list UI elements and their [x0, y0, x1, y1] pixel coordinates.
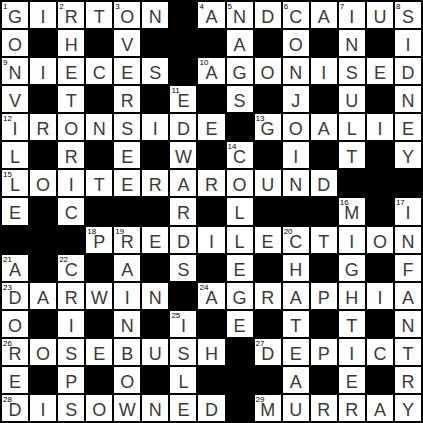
clue-number: 27 [256, 339, 265, 348]
grid-cell-r4c2[interactable]: O [58, 114, 84, 140]
cell-letter: E [121, 148, 133, 166]
grid-cell-r14c12[interactable]: R [339, 395, 365, 421]
grid-cell-r9c2[interactable]: 22C [58, 255, 84, 281]
grid-cell-r11c2[interactable]: I [58, 311, 84, 337]
cell-letter: S [149, 64, 161, 82]
black-cell-r7c5 [142, 198, 168, 224]
black-cell-r1c5 [142, 30, 168, 56]
cell-letter: F [402, 261, 413, 279]
black-cell-r7c13 [367, 198, 393, 224]
grid-cell-r2c13[interactable]: E [367, 58, 393, 84]
black-cell-r11c13 [367, 311, 393, 337]
clue-number: 3 [115, 2, 119, 11]
grid-cell-r4c12[interactable]: L [339, 114, 365, 140]
cell-letter: P [318, 289, 330, 307]
cell-letter: O [64, 120, 78, 138]
grid-cell-r10c12[interactable]: H [339, 283, 365, 309]
black-cell-r11c1 [30, 311, 56, 337]
clue-number: 24 [199, 283, 208, 292]
cell-letter: A [318, 120, 330, 138]
grid-cell-r12c5[interactable]: U [142, 339, 168, 365]
clue-number: 8 [396, 2, 400, 11]
cell-letter: T [402, 345, 413, 363]
grid-cell-r9c6[interactable]: S [170, 255, 196, 281]
grid-cell-r14c6[interactable]: E [170, 395, 196, 421]
cell-letter: R [149, 176, 162, 194]
grid-cell-r3c2[interactable]: T [58, 86, 84, 112]
grid-cell-r5c14[interactable]: Y [395, 142, 421, 168]
grid-cell-r0c5[interactable]: N [142, 2, 168, 28]
cell-letter: H [289, 261, 302, 279]
grid-cell-r0c3[interactable]: T [86, 2, 112, 28]
grid-cell-r2c9[interactable]: O [255, 58, 281, 84]
grid-cell-r3c14[interactable]: N [395, 86, 421, 112]
grid-cell-r1c0[interactable]: O [2, 30, 28, 56]
grid-cell-r4c14[interactable]: E [395, 114, 421, 140]
grid-cell-r7c0[interactable]: E [2, 198, 28, 224]
grid-cell-r2c2[interactable]: E [58, 58, 84, 84]
black-cell-r10c6 [170, 283, 196, 309]
grid-cell-r5c4[interactable]: E [114, 142, 140, 168]
cell-letter: C [65, 204, 78, 222]
grid-cell-r0c9[interactable]: D [255, 2, 281, 28]
black-cell-r13c7 [198, 367, 224, 393]
grid-cell-r2c0[interactable]: 9N [2, 58, 28, 84]
cell-letter: N [289, 176, 302, 194]
grid-cell-r14c0[interactable]: 28D [2, 395, 28, 421]
grid-cell-r12c4[interactable]: B [114, 339, 140, 365]
grid-cell-r3c10[interactable]: J [283, 86, 309, 112]
clue-number: 21 [3, 255, 12, 264]
black-cell-r11c7 [198, 311, 224, 337]
grid-cell-r14c5[interactable]: N [142, 395, 168, 421]
grid-cell-r9c4[interactable]: A [114, 255, 140, 281]
grid-cell-r8c5[interactable]: E [142, 227, 168, 253]
cell-letter: E [121, 176, 133, 194]
grid-cell-r2c4[interactable]: E [114, 58, 140, 84]
grid-cell-r1c8[interactable]: A [227, 30, 253, 56]
cell-letter: E [262, 233, 274, 251]
grid-cell-r0c12[interactable]: 7I [339, 2, 365, 28]
grid-cell-r11c10[interactable]: T [283, 311, 309, 337]
grid-cell-r10c8[interactable]: G [227, 283, 253, 309]
grid-cell-r2c11[interactable]: I [311, 58, 337, 84]
cell-letter: E [234, 317, 246, 335]
cell-letter: I [41, 401, 46, 419]
cell-letter: H [345, 289, 358, 307]
cell-letter: E [121, 64, 133, 82]
grid-cell-r4c0[interactable]: 12I [2, 114, 28, 140]
clue-number: 5 [228, 2, 232, 11]
cell-letter: E [9, 204, 21, 222]
black-cell-r1c11 [311, 30, 337, 56]
grid-cell-r6c8[interactable]: O [227, 170, 253, 196]
black-cell-r3c11 [311, 86, 337, 112]
black-cell-r1c13 [367, 30, 393, 56]
grid-cell-r4c10[interactable]: O [283, 114, 309, 140]
cell-letter: U [373, 8, 386, 26]
grid-cell-r9c10[interactable]: H [283, 255, 309, 281]
grid-cell-r8c10[interactable]: 20C [283, 227, 309, 253]
grid-cell-r13c6[interactable]: L [170, 367, 196, 393]
grid-cell-r2c5[interactable]: S [142, 58, 168, 84]
grid-cell-r7c8[interactable]: L [227, 198, 253, 224]
black-cell-r9c1 [30, 255, 56, 281]
grid-cell-r1c4[interactable]: V [114, 30, 140, 56]
grid-cell-r8c14[interactable]: N [395, 227, 421, 253]
grid-cell-r14c14[interactable]: Y [395, 395, 421, 421]
cell-letter: I [321, 64, 326, 82]
cell-letter: C [289, 8, 302, 26]
clue-number: 25 [171, 311, 180, 320]
cell-letter: E [93, 345, 105, 363]
grid-cell-r13c4[interactable]: O [114, 367, 140, 393]
grid-cell-r10c10[interactable]: A [283, 283, 309, 309]
cell-letter: I [377, 289, 382, 307]
cell-letter: D [177, 120, 190, 138]
grid-cell-r4c13[interactable]: I [367, 114, 393, 140]
grid-cell-r2c10[interactable]: N [283, 58, 309, 84]
grid-cell-r10c13[interactable]: I [367, 283, 393, 309]
grid-cell-r10c11[interactable]: P [311, 283, 337, 309]
grid-cell-r10c2[interactable]: R [58, 283, 84, 309]
black-cell-r9c5 [142, 255, 168, 281]
cell-letter: B [121, 345, 133, 363]
grid-cell-r4c6[interactable]: D [170, 114, 196, 140]
cell-letter: D [401, 64, 414, 82]
cell-letter: A [318, 8, 330, 26]
grid-cell-r12c6[interactable]: S [170, 339, 196, 365]
cell-letter: E [234, 261, 246, 279]
grid-cell-r5c2[interactable]: R [58, 142, 84, 168]
grid-cell-r13c12[interactable]: E [339, 367, 365, 393]
clue-number: 15 [3, 170, 12, 179]
black-cell-r0c6 [170, 2, 196, 28]
grid-cell-r7c2[interactable]: C [58, 198, 84, 224]
black-cell-r7c1 [30, 198, 56, 224]
grid-cell-r3c12[interactable]: U [339, 86, 365, 112]
cell-letter: C [93, 64, 106, 82]
grid-cell-r7c6[interactable]: R [170, 198, 196, 224]
grid-cell-r0c2[interactable]: 2R [58, 2, 84, 28]
cell-letter: S [346, 64, 358, 82]
black-cell-r5c7 [198, 142, 224, 168]
grid-cell-r5c6[interactable]: W [170, 142, 196, 168]
cell-letter: L [235, 233, 245, 251]
grid-cell-r10c4[interactable]: I [114, 283, 140, 309]
black-cell-r13c1 [30, 367, 56, 393]
grid-cell-r5c10[interactable]: I [283, 142, 309, 168]
cell-letter: N [93, 120, 106, 138]
grid-cell-r10c5[interactable]: N [142, 283, 168, 309]
cell-letter: T [318, 233, 329, 251]
cell-letter: I [181, 317, 186, 335]
grid-cell-r4c9[interactable]: 13G [255, 114, 281, 140]
cell-letter: C [373, 345, 386, 363]
grid-cell-r14c7[interactable]: D [198, 395, 224, 421]
grid-cell-r12c1[interactable]: O [30, 339, 56, 365]
grid-cell-r10c9[interactable]: R [255, 283, 281, 309]
grid-cell-r10c7[interactable]: 24A [198, 283, 224, 309]
grid-cell-r6c7[interactable]: R [198, 170, 224, 196]
black-cell-r1c6 [170, 30, 196, 56]
grid-cell-r5c8[interactable]: 14C [227, 142, 253, 168]
clue-number: 7 [340, 2, 344, 11]
grid-cell-r6c2[interactable]: I [58, 170, 84, 196]
black-cell-r8c1 [30, 227, 56, 253]
grid-cell-r12c10[interactable]: E [283, 339, 309, 365]
grid-cell-r7c14[interactable]: 17I [395, 198, 421, 224]
grid-cell-r9c8[interactable]: E [227, 255, 253, 281]
cell-letter: N [9, 64, 22, 82]
cell-letter: E [65, 64, 77, 82]
grid-cell-r1c10[interactable]: O [283, 30, 309, 56]
grid-cell-r10c14[interactable]: A [395, 283, 421, 309]
grid-cell-r3c8[interactable]: S [227, 86, 253, 112]
grid-cell-r8c6[interactable]: D [170, 227, 196, 253]
black-cell-r3c13 [367, 86, 393, 112]
black-cell-r14c8 [227, 395, 253, 421]
clue-number: 28 [3, 395, 12, 404]
grid-cell-r4c7[interactable]: E [198, 114, 224, 140]
cell-letter: N [121, 317, 134, 335]
grid-cell-r8c9[interactable]: E [255, 227, 281, 253]
black-cell-r9c9 [255, 255, 281, 281]
black-cell-r5c13 [367, 142, 393, 168]
cell-letter: I [405, 204, 410, 222]
clue-number: 12 [3, 114, 12, 123]
cell-letter: H [205, 345, 218, 363]
cell-letter: N [401, 317, 414, 335]
cell-letter: I [153, 120, 158, 138]
grid-cell-r12c0[interactable]: 26R [2, 339, 28, 365]
cell-letter: D [205, 401, 218, 419]
grid-cell-r4c5[interactable]: I [142, 114, 168, 140]
clue-number: 11 [171, 86, 179, 95]
grid-cell-r0c7[interactable]: 4A [198, 2, 224, 28]
grid-cell-r14c4[interactable]: W [114, 395, 140, 421]
cell-letter: O [36, 345, 50, 363]
grid-cell-r6c10[interactable]: N [283, 170, 309, 196]
grid-cell-r2c8[interactable]: G [227, 58, 253, 84]
grid-cell-r10c0[interactable]: 23D [2, 283, 28, 309]
cell-letter: T [290, 317, 301, 335]
grid-cell-r8c7[interactable]: I [198, 227, 224, 253]
black-cell-r9c7 [198, 255, 224, 281]
grid-cell-r1c14[interactable]: I [395, 30, 421, 56]
grid-cell-r13c0[interactable]: E [2, 367, 28, 393]
grid-cell-r12c9[interactable]: 27D [255, 339, 281, 365]
cell-letter: I [13, 120, 18, 138]
cell-letter: T [94, 176, 105, 194]
cell-letter: R [65, 8, 78, 26]
grid-cell-r6c6[interactable]: A [170, 170, 196, 196]
cell-letter: E [290, 345, 302, 363]
grid-cell-r12c12[interactable]: I [339, 339, 365, 365]
grid-cell-r12c13[interactable]: C [367, 339, 393, 365]
clue-number: 26 [3, 339, 12, 348]
cell-letter: R [121, 92, 134, 110]
black-cell-r6c14 [395, 170, 421, 196]
grid-cell-r8c13[interactable]: O [367, 227, 393, 253]
grid-cell-r4c4[interactable]: S [114, 114, 140, 140]
grid-cell-r8c8[interactable]: L [227, 227, 253, 253]
cell-letter: O [373, 233, 387, 251]
clue-number: 10 [199, 58, 208, 67]
grid-cell-r13c2[interactable]: P [58, 367, 84, 393]
cell-letter: T [346, 148, 357, 166]
grid-cell-r6c4[interactable]: E [114, 170, 140, 196]
grid-cell-r13c10[interactable]: A [283, 367, 309, 393]
black-cell-r7c11 [311, 198, 337, 224]
cell-letter: A [402, 289, 414, 307]
grid-cell-r9c14[interactable]: F [395, 255, 421, 281]
grid-cell-r11c12[interactable]: T [339, 311, 365, 337]
grid-cell-r0c10[interactable]: 6C [283, 2, 309, 28]
black-cell-r1c7 [198, 30, 224, 56]
cell-letter: L [235, 204, 245, 222]
cell-letter: O [120, 8, 134, 26]
grid-cell-r3c0[interactable]: V [2, 86, 28, 112]
cell-letter: N [289, 64, 302, 82]
grid-cell-r11c8[interactable]: E [227, 311, 253, 337]
clue-number: 23 [3, 283, 12, 292]
cell-letter: O [289, 36, 303, 54]
grid-cell-r14c13[interactable]: A [367, 395, 393, 421]
grid-cell-r0c11[interactable]: A [311, 2, 337, 28]
black-cell-r7c4 [114, 198, 140, 224]
black-cell-r3c9 [255, 86, 281, 112]
cell-letter: G [233, 64, 247, 82]
grid-cell-r14c3[interactable]: O [86, 395, 112, 421]
grid-cell-r12c14[interactable]: T [395, 339, 421, 365]
black-cell-r13c3 [86, 367, 112, 393]
grid-cell-r4c1[interactable]: R [30, 114, 56, 140]
cell-letter: E [374, 64, 386, 82]
cell-letter: T [94, 8, 105, 26]
black-cell-r13c5 [142, 367, 168, 393]
grid-cell-r10c1[interactable]: A [30, 283, 56, 309]
cell-letter: I [377, 120, 382, 138]
clue-number: 2 [59, 2, 63, 11]
clue-number: 4 [199, 2, 203, 11]
grid-cell-r3c6[interactable]: 11E [170, 86, 196, 112]
grid-cell-r11c0[interactable]: O [2, 311, 28, 337]
cell-letter: I [41, 64, 46, 82]
grid-cell-r11c6[interactable]: 25I [170, 311, 196, 337]
cell-letter: H [65, 36, 78, 54]
grid-cell-r3c4[interactable]: R [114, 86, 140, 112]
grid-cell-r2c12[interactable]: S [339, 58, 365, 84]
grid-cell-r4c11[interactable]: A [311, 114, 337, 140]
black-cell-r3c7 [198, 86, 224, 112]
black-cell-r4c8 [227, 114, 253, 140]
black-cell-r13c9 [255, 367, 281, 393]
cell-letter: R [205, 176, 218, 194]
grid-cell-r10c3[interactable]: W [86, 283, 112, 309]
black-cell-r5c3 [86, 142, 112, 168]
grid-cell-r12c7[interactable]: H [198, 339, 224, 365]
clue-number: 14 [228, 142, 237, 151]
grid-cell-r6c1[interactable]: O [30, 170, 56, 196]
grid-cell-r0c4[interactable]: 3O [114, 2, 140, 28]
grid-cell-r6c0[interactable]: 15L [2, 170, 28, 196]
grid-cell-r11c14[interactable]: N [395, 311, 421, 337]
grid-cell-r1c12[interactable]: N [339, 30, 365, 56]
cell-letter: U [289, 401, 302, 419]
black-cell-r3c5 [142, 86, 168, 112]
cell-letter: I [405, 36, 410, 54]
cell-letter: L [347, 120, 357, 138]
grid-cell-r8c12[interactable]: I [339, 227, 365, 253]
grid-cell-r12c2[interactable]: S [58, 339, 84, 365]
grid-cell-r8c4[interactable]: 19R [114, 227, 140, 253]
grid-cell-r5c0[interactable]: L [2, 142, 28, 168]
grid-cell-r14c10[interactable]: U [283, 395, 309, 421]
grid-cell-r9c12[interactable]: G [339, 255, 365, 281]
grid-cell-r0c8[interactable]: 5N [227, 2, 253, 28]
grid-cell-r2c1[interactable]: I [30, 58, 56, 84]
cell-letter: O [36, 176, 50, 194]
grid-cell-r14c11[interactable]: R [311, 395, 337, 421]
black-cell-r3c1 [30, 86, 56, 112]
cell-letter: I [349, 8, 354, 26]
grid-cell-r6c3[interactable]: T [86, 170, 112, 196]
cell-letter: I [349, 233, 354, 251]
grid-cell-r1c2[interactable]: H [58, 30, 84, 56]
grid-cell-r0c13[interactable]: U [367, 2, 393, 28]
black-cell-r7c9 [255, 198, 281, 224]
grid-cell-r14c2[interactable]: S [58, 395, 84, 421]
cell-letter: O [120, 373, 134, 391]
grid-cell-r9c0[interactable]: 21A [2, 255, 28, 281]
grid-cell-r7c12[interactable]: 16M [339, 198, 365, 224]
cell-letter: N [345, 36, 358, 54]
cell-letter: J [291, 92, 300, 110]
grid-cell-r6c5[interactable]: R [142, 170, 168, 196]
grid-cell-r0c1[interactable]: I [30, 2, 56, 28]
black-cell-r8c2 [58, 227, 84, 253]
cell-letter: D [261, 8, 274, 26]
cell-letter: S [121, 120, 133, 138]
grid-cell-r5c12[interactable]: T [339, 142, 365, 168]
grid-cell-r8c3[interactable]: 18P [86, 227, 112, 253]
grid-cell-r11c4[interactable]: N [114, 311, 140, 337]
black-cell-r12c8 [227, 339, 253, 365]
grid-cell-r6c11[interactable]: D [311, 170, 337, 196]
cell-letter: N [233, 8, 246, 26]
grid-cell-r0c0[interactable]: 1G [2, 2, 28, 28]
grid-cell-r2c14[interactable]: D [395, 58, 421, 84]
cell-letter: A [205, 8, 217, 26]
cell-letter: S [177, 261, 189, 279]
grid-cell-r6c9[interactable]: U [255, 170, 281, 196]
clue-number: 22 [59, 255, 68, 264]
cell-letter: O [289, 120, 303, 138]
grid-cell-r12c11[interactable]: P [311, 339, 337, 365]
grid-cell-r12c3[interactable]: E [86, 339, 112, 365]
grid-cell-r14c9[interactable]: 29M [255, 395, 281, 421]
clue-number: 20 [284, 227, 293, 236]
grid-cell-r2c7[interactable]: 10A [198, 58, 224, 84]
grid-cell-r13c14[interactable]: R [395, 367, 421, 393]
grid-cell-r14c1[interactable]: I [30, 395, 56, 421]
grid-cell-r2c3[interactable]: C [86, 58, 112, 84]
cell-letter: O [8, 317, 22, 335]
grid-cell-r8c11[interactable]: T [311, 227, 337, 253]
grid-cell-r0c14[interactable]: 8S [395, 2, 421, 28]
grid-cell-r4c3[interactable]: N [86, 114, 112, 140]
